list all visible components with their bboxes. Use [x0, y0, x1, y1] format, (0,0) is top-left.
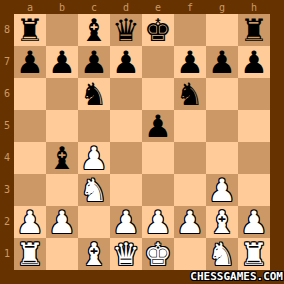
rank-label-2: 2	[0, 206, 14, 238]
square-e7[interactable]	[142, 46, 174, 78]
piece-black-pawn: ♟	[240, 46, 268, 78]
square-g8[interactable]	[206, 14, 238, 46]
square-e2[interactable]: ♟	[142, 206, 174, 238]
square-e8[interactable]: ♚	[142, 14, 174, 46]
square-a6[interactable]	[14, 78, 46, 110]
square-e3[interactable]	[142, 174, 174, 206]
rank-label-4: 4	[0, 142, 14, 174]
square-d5[interactable]	[110, 110, 142, 142]
file-label-f: f	[174, 0, 206, 15]
square-h4[interactable]	[238, 142, 270, 174]
square-g6[interactable]	[206, 78, 238, 110]
square-g2[interactable]: ♝	[206, 206, 238, 238]
square-c2[interactable]	[78, 206, 110, 238]
piece-black-rook: ♜	[16, 14, 44, 46]
square-h2[interactable]: ♟	[238, 206, 270, 238]
rank-label-6: 6	[0, 78, 14, 110]
piece-black-pawn: ♟	[176, 46, 204, 78]
piece-black-knight: ♞	[176, 78, 204, 110]
piece-white-pawn: ♟	[144, 206, 172, 238]
square-f8[interactable]	[174, 14, 206, 46]
piece-black-bishop: ♝	[80, 14, 108, 46]
square-g4[interactable]	[206, 142, 238, 174]
square-c3[interactable]: ♞	[78, 174, 110, 206]
square-a8[interactable]: ♜	[14, 14, 46, 46]
square-f7[interactable]: ♟	[174, 46, 206, 78]
piece-white-rook: ♜	[16, 238, 44, 270]
piece-white-pawn: ♟	[48, 206, 76, 238]
square-c6[interactable]: ♞	[78, 78, 110, 110]
square-d2[interactable]: ♟	[110, 206, 142, 238]
piece-white-rook: ♜	[240, 238, 268, 270]
square-f6[interactable]: ♞	[174, 78, 206, 110]
square-a5[interactable]	[14, 110, 46, 142]
piece-black-pawn: ♟	[208, 46, 236, 78]
piece-white-bishop: ♝	[80, 238, 108, 270]
piece-white-pawn: ♟	[80, 142, 108, 174]
rank-label-8: 8	[0, 14, 14, 46]
square-c4[interactable]: ♟	[78, 142, 110, 174]
square-a4[interactable]	[14, 142, 46, 174]
square-g7[interactable]: ♟	[206, 46, 238, 78]
square-c1[interactable]: ♝	[78, 238, 110, 270]
brand-label: CHESSGAMES.COM	[190, 270, 283, 284]
square-h6[interactable]	[238, 78, 270, 110]
square-b1[interactable]	[46, 238, 78, 270]
square-d1[interactable]: ♛	[110, 238, 142, 270]
rank-label-7: 7	[0, 46, 14, 78]
square-d6[interactable]	[110, 78, 142, 110]
square-h5[interactable]	[238, 110, 270, 142]
square-e6[interactable]	[142, 78, 174, 110]
piece-white-pawn: ♟	[240, 206, 268, 238]
piece-white-king: ♚	[144, 238, 172, 270]
square-e4[interactable]	[142, 142, 174, 174]
square-d7[interactable]: ♟	[110, 46, 142, 78]
piece-white-bishop: ♝	[208, 206, 236, 238]
piece-black-pawn: ♟	[112, 46, 140, 78]
piece-black-pawn: ♟	[16, 46, 44, 78]
chess-board-diagram: abcdefgh 87654321 ♜♝♛♚♜♟♟♟♟♟♟♟♞♞♟♝♟♞♟♟♟♟…	[0, 0, 284, 284]
piece-white-knight: ♞	[80, 174, 108, 206]
square-c5[interactable]	[78, 110, 110, 142]
square-b2[interactable]: ♟	[46, 206, 78, 238]
square-f2[interactable]: ♟	[174, 206, 206, 238]
square-a2[interactable]: ♟	[14, 206, 46, 238]
square-f1[interactable]	[174, 238, 206, 270]
piece-white-queen: ♛	[112, 238, 140, 270]
file-label-g: g	[206, 0, 238, 15]
square-f3[interactable]	[174, 174, 206, 206]
piece-black-rook: ♜	[240, 14, 268, 46]
square-b4[interactable]: ♝	[46, 142, 78, 174]
square-d8[interactable]: ♛	[110, 14, 142, 46]
square-d4[interactable]	[110, 142, 142, 174]
rank-label-5: 5	[0, 110, 14, 142]
square-g3[interactable]: ♟	[206, 174, 238, 206]
square-h1[interactable]: ♜	[238, 238, 270, 270]
square-g1[interactable]: ♞	[206, 238, 238, 270]
piece-white-pawn: ♟	[176, 206, 204, 238]
square-b5[interactable]	[46, 110, 78, 142]
square-h3[interactable]	[238, 174, 270, 206]
piece-black-pawn: ♟	[80, 46, 108, 78]
square-g5[interactable]	[206, 110, 238, 142]
square-c8[interactable]: ♝	[78, 14, 110, 46]
piece-black-king: ♚	[144, 14, 172, 46]
square-a3[interactable]	[14, 174, 46, 206]
piece-black-bishop: ♝	[48, 142, 76, 174]
piece-white-pawn: ♟	[16, 206, 44, 238]
rank-labels: 87654321	[0, 14, 14, 270]
piece-black-pawn: ♟	[144, 110, 172, 142]
square-d3[interactable]	[110, 174, 142, 206]
piece-white-pawn: ♟	[208, 174, 236, 206]
square-b3[interactable]	[46, 174, 78, 206]
rank-label-1: 1	[0, 238, 14, 270]
square-f5[interactable]	[174, 110, 206, 142]
square-h8[interactable]: ♜	[238, 14, 270, 46]
piece-white-pawn: ♟	[112, 206, 140, 238]
square-b7[interactable]: ♟	[46, 46, 78, 78]
file-label-b: b	[46, 0, 78, 15]
piece-black-pawn: ♟	[48, 46, 76, 78]
square-a7[interactable]: ♟	[14, 46, 46, 78]
square-f4[interactable]	[174, 142, 206, 174]
square-e5[interactable]: ♟	[142, 110, 174, 142]
piece-black-queen: ♛	[112, 14, 140, 46]
file-labels: abcdefgh	[14, 0, 270, 14]
rank-label-3: 3	[0, 174, 14, 206]
square-e1[interactable]: ♚	[142, 238, 174, 270]
square-h7[interactable]: ♟	[238, 46, 270, 78]
chess-board: ♜♝♛♚♜♟♟♟♟♟♟♟♞♞♟♝♟♞♟♟♟♟♟♟♝♟♜♝♛♚♞♜	[14, 14, 270, 270]
piece-black-knight: ♞	[80, 78, 108, 110]
square-b6[interactable]	[46, 78, 78, 110]
square-b8[interactable]	[46, 14, 78, 46]
piece-white-knight: ♞	[208, 238, 236, 270]
square-a1[interactable]: ♜	[14, 238, 46, 270]
square-c7[interactable]: ♟	[78, 46, 110, 78]
